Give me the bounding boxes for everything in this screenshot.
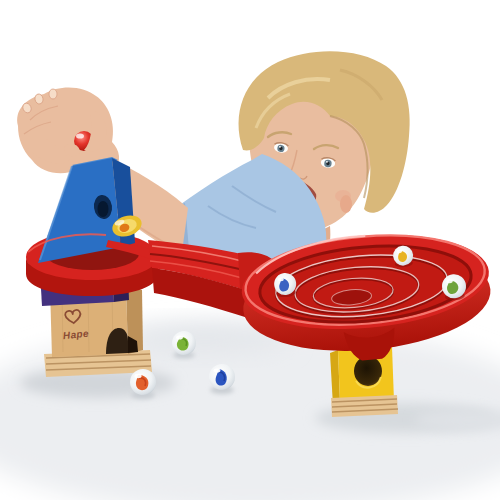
table-marble-blue xyxy=(209,364,235,390)
child-ear xyxy=(340,195,352,213)
table-marble-orange xyxy=(130,369,156,395)
fingernail xyxy=(49,89,57,99)
tunnel-hole xyxy=(354,356,382,386)
scene-svg: Hape xyxy=(0,0,500,500)
product-photo: Hape xyxy=(0,0,500,500)
table-marble-green xyxy=(172,331,196,355)
